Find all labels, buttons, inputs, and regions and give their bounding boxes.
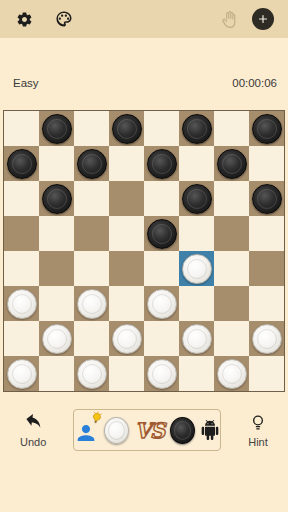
- theme-button[interactable]: [55, 10, 73, 28]
- black-piece[interactable]: [182, 184, 212, 214]
- square-h4[interactable]: [249, 251, 284, 286]
- black-piece[interactable]: [252, 184, 282, 214]
- white-piece[interactable]: [42, 324, 72, 354]
- square-d1: [109, 356, 144, 391]
- black-piece[interactable]: [77, 149, 107, 179]
- hand-button[interactable]: [220, 9, 240, 29]
- square-g2: [214, 321, 249, 356]
- plus-icon: [256, 12, 270, 26]
- square-b8[interactable]: [39, 111, 74, 146]
- square-d5: [109, 216, 144, 251]
- square-g8: [214, 111, 249, 146]
- square-g7[interactable]: [214, 146, 249, 181]
- new-game-button[interactable]: [252, 8, 274, 30]
- white-piece[interactable]: [217, 359, 247, 389]
- square-a3[interactable]: [4, 286, 39, 321]
- square-f8[interactable]: [179, 111, 214, 146]
- square-e5[interactable]: [144, 216, 179, 251]
- white-piece[interactable]: [182, 324, 212, 354]
- difficulty-label: Easy: [13, 76, 39, 90]
- square-f5: [179, 216, 214, 251]
- black-piece[interactable]: [147, 219, 177, 249]
- square-c8: [74, 111, 109, 146]
- square-f1: [179, 356, 214, 391]
- square-a7[interactable]: [4, 146, 39, 181]
- vs-label: VS: [134, 418, 165, 443]
- hint-label: Hint: [248, 436, 268, 448]
- top-bar: [0, 0, 288, 38]
- square-d3: [109, 286, 144, 321]
- square-g4: [214, 251, 249, 286]
- square-f6[interactable]: [179, 181, 214, 216]
- settings-button[interactable]: [16, 11, 33, 28]
- square-e6: [144, 181, 179, 216]
- square-g3[interactable]: [214, 286, 249, 321]
- square-b7: [39, 146, 74, 181]
- undo-arrow-icon: [23, 413, 43, 433]
- players-panel[interactable]: VS: [73, 409, 221, 451]
- gear-icon: [16, 11, 33, 28]
- black-piece[interactable]: [147, 149, 177, 179]
- square-d2[interactable]: [109, 321, 144, 356]
- square-g1[interactable]: [214, 356, 249, 391]
- square-c1[interactable]: [74, 356, 109, 391]
- square-a2: [4, 321, 39, 356]
- square-e7[interactable]: [144, 146, 179, 181]
- hand-icon: [220, 9, 240, 29]
- square-h1: [249, 356, 284, 391]
- square-h5: [249, 216, 284, 251]
- white-piece[interactable]: [252, 324, 282, 354]
- square-h8[interactable]: [249, 111, 284, 146]
- square-e2: [144, 321, 179, 356]
- square-a8: [4, 111, 39, 146]
- square-e8: [144, 111, 179, 146]
- square-f7: [179, 146, 214, 181]
- white-piece[interactable]: [182, 254, 212, 284]
- palette-icon: [55, 10, 73, 28]
- black-piece[interactable]: [252, 114, 282, 144]
- black-piece[interactable]: [217, 149, 247, 179]
- timer: 00:00:06: [232, 76, 277, 90]
- android-icon: [200, 420, 220, 440]
- square-d7: [109, 146, 144, 181]
- square-a4: [4, 251, 39, 286]
- square-f3: [179, 286, 214, 321]
- square-a5[interactable]: [4, 216, 39, 251]
- square-b2[interactable]: [39, 321, 74, 356]
- square-b5: [39, 216, 74, 251]
- square-g6: [214, 181, 249, 216]
- square-g5[interactable]: [214, 216, 249, 251]
- square-b1: [39, 356, 74, 391]
- square-d8[interactable]: [109, 111, 144, 146]
- square-h7: [249, 146, 284, 181]
- square-c7[interactable]: [74, 146, 109, 181]
- white-piece[interactable]: [77, 359, 107, 389]
- square-f4[interactable]: [179, 251, 214, 286]
- bottom-toolbar: Undo VS Hint: [0, 406, 288, 454]
- human-player: [74, 415, 99, 445]
- square-e1[interactable]: [144, 356, 179, 391]
- square-c3[interactable]: [74, 286, 109, 321]
- square-e3[interactable]: [144, 286, 179, 321]
- white-piece[interactable]: [147, 289, 177, 319]
- info-bar: Easy 00:00:06: [0, 76, 288, 90]
- square-f2[interactable]: [179, 321, 214, 356]
- hint-lightbulb-icon: [248, 413, 268, 433]
- black-piece[interactable]: [7, 149, 37, 179]
- black-piece[interactable]: [182, 114, 212, 144]
- white-piece[interactable]: [7, 359, 37, 389]
- black-player-piece: [170, 417, 195, 444]
- board: [3, 110, 285, 392]
- square-d6[interactable]: [109, 181, 144, 216]
- square-a6: [4, 181, 39, 216]
- square-e4: [144, 251, 179, 286]
- square-c4: [74, 251, 109, 286]
- white-piece[interactable]: [7, 289, 37, 319]
- white-player-piece: [104, 417, 129, 444]
- black-piece[interactable]: [112, 114, 142, 144]
- hint-button[interactable]: Hint: [248, 413, 268, 448]
- black-piece[interactable]: [42, 184, 72, 214]
- undo-button[interactable]: Undo: [20, 413, 46, 448]
- square-b4[interactable]: [39, 251, 74, 286]
- square-c2: [74, 321, 109, 356]
- square-c6: [74, 181, 109, 216]
- square-h3: [249, 286, 284, 321]
- white-piece[interactable]: [77, 289, 107, 319]
- square-a1[interactable]: [4, 356, 39, 391]
- square-h6[interactable]: [249, 181, 284, 216]
- white-piece[interactable]: [147, 359, 177, 389]
- black-piece[interactable]: [42, 114, 72, 144]
- square-b6[interactable]: [39, 181, 74, 216]
- white-piece[interactable]: [112, 324, 142, 354]
- square-c5[interactable]: [74, 216, 109, 251]
- square-b3: [39, 286, 74, 321]
- square-d4[interactable]: [109, 251, 144, 286]
- undo-label: Undo: [20, 436, 46, 448]
- square-h2[interactable]: [249, 321, 284, 356]
